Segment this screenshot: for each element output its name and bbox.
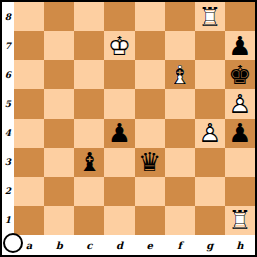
square-g2[interactable] bbox=[195, 177, 225, 206]
square-a6[interactable] bbox=[14, 60, 44, 89]
file-labels: abcdefgh bbox=[14, 235, 255, 255]
square-h5[interactable]: ♙ bbox=[225, 89, 255, 118]
square-a3[interactable] bbox=[14, 148, 44, 177]
square-e2[interactable] bbox=[135, 177, 165, 206]
black-pawn-h7[interactable]: ♟ bbox=[228, 33, 251, 59]
file-label-c: c bbox=[74, 235, 104, 255]
square-a2[interactable] bbox=[14, 177, 44, 206]
square-d1[interactable] bbox=[104, 206, 134, 235]
square-g5[interactable] bbox=[195, 89, 225, 118]
square-f3[interactable] bbox=[165, 148, 195, 177]
square-c3[interactable]: ♝ bbox=[74, 148, 104, 177]
square-e3[interactable]: ♛ bbox=[135, 148, 165, 177]
square-c6[interactable] bbox=[74, 60, 104, 89]
rank-label-7: 7 bbox=[2, 31, 14, 60]
square-c7[interactable] bbox=[74, 31, 104, 60]
black-pawn-d4[interactable]: ♟ bbox=[108, 120, 131, 146]
square-e1[interactable] bbox=[135, 206, 165, 235]
square-e7[interactable] bbox=[135, 31, 165, 60]
square-h7[interactable]: ♟ bbox=[225, 31, 255, 60]
square-b4[interactable] bbox=[44, 119, 74, 148]
rank-label-6: 6 bbox=[2, 60, 14, 89]
square-b1[interactable] bbox=[44, 206, 74, 235]
square-g3[interactable] bbox=[195, 148, 225, 177]
square-g8[interactable]: ♖ bbox=[195, 2, 225, 31]
square-c5[interactable] bbox=[74, 89, 104, 118]
square-h6[interactable]: ♚ bbox=[225, 60, 255, 89]
square-b3[interactable] bbox=[44, 148, 74, 177]
file-label-g: g bbox=[195, 235, 225, 255]
square-g7[interactable] bbox=[195, 31, 225, 60]
file-label-d: d bbox=[104, 235, 134, 255]
square-f7[interactable] bbox=[165, 31, 195, 60]
square-d2[interactable] bbox=[104, 177, 134, 206]
square-a4[interactable] bbox=[14, 119, 44, 148]
black-bishop-c3[interactable]: ♝ bbox=[78, 149, 101, 175]
side-to-move-indicator bbox=[3, 233, 23, 253]
square-d5[interactable] bbox=[104, 89, 134, 118]
square-f8[interactable] bbox=[165, 2, 195, 31]
square-d7[interactable]: ♔ bbox=[104, 31, 134, 60]
square-c2[interactable] bbox=[74, 177, 104, 206]
rank-labels: 87654321 bbox=[2, 2, 14, 235]
file-label-h: h bbox=[225, 235, 255, 255]
square-h8[interactable] bbox=[225, 2, 255, 31]
square-d3[interactable] bbox=[104, 148, 134, 177]
white-rook-h1[interactable]: ♖ bbox=[228, 207, 251, 233]
square-d4[interactable]: ♟ bbox=[104, 119, 134, 148]
black-king-h6[interactable]: ♚ bbox=[228, 62, 251, 88]
square-h3[interactable] bbox=[225, 148, 255, 177]
square-b5[interactable] bbox=[44, 89, 74, 118]
rank-label-2: 2 bbox=[2, 177, 14, 206]
rank-label-8: 8 bbox=[2, 2, 14, 31]
square-c4[interactable] bbox=[74, 119, 104, 148]
file-label-f: f bbox=[165, 235, 195, 255]
square-b6[interactable] bbox=[44, 60, 74, 89]
square-d6[interactable] bbox=[104, 60, 134, 89]
square-h1[interactable]: ♖ bbox=[225, 206, 255, 235]
square-b7[interactable] bbox=[44, 31, 74, 60]
square-f5[interactable] bbox=[165, 89, 195, 118]
square-h2[interactable] bbox=[225, 177, 255, 206]
white-king-d7[interactable]: ♔ bbox=[108, 33, 131, 59]
square-f2[interactable] bbox=[165, 177, 195, 206]
square-e8[interactable] bbox=[135, 2, 165, 31]
black-queen-e3[interactable]: ♛ bbox=[138, 149, 161, 175]
square-e6[interactable] bbox=[135, 60, 165, 89]
square-e5[interactable] bbox=[135, 89, 165, 118]
white-pawn-h5[interactable]: ♙ bbox=[228, 91, 251, 117]
white-rook-g8[interactable]: ♖ bbox=[198, 4, 221, 30]
square-b8[interactable] bbox=[44, 2, 74, 31]
square-f6[interactable]: ♗ bbox=[165, 60, 195, 89]
square-a7[interactable] bbox=[14, 31, 44, 60]
square-f1[interactable] bbox=[165, 206, 195, 235]
square-a8[interactable] bbox=[14, 2, 44, 31]
chess-board[interactable]: ♖♔♟♗♚♙♟♙♟♝♛♖ bbox=[14, 2, 255, 235]
square-f4[interactable] bbox=[165, 119, 195, 148]
square-g4[interactable]: ♙ bbox=[195, 119, 225, 148]
chess-diagram: 87654321 ♖♔♟♗♚♙♟♙♟♝♛♖ abcdefgh bbox=[0, 0, 257, 257]
rank-label-3: 3 bbox=[2, 148, 14, 177]
rank-label-5: 5 bbox=[2, 89, 14, 118]
file-label-e: e bbox=[135, 235, 165, 255]
square-c1[interactable] bbox=[74, 206, 104, 235]
white-pawn-g4[interactable]: ♙ bbox=[198, 120, 221, 146]
square-g6[interactable] bbox=[195, 60, 225, 89]
square-e4[interactable] bbox=[135, 119, 165, 148]
square-a5[interactable] bbox=[14, 89, 44, 118]
square-c8[interactable] bbox=[74, 2, 104, 31]
square-g1[interactable] bbox=[195, 206, 225, 235]
file-label-b: b bbox=[44, 235, 74, 255]
square-d8[interactable] bbox=[104, 2, 134, 31]
white-bishop-f6[interactable]: ♗ bbox=[168, 62, 191, 88]
square-h4[interactable]: ♟ bbox=[225, 119, 255, 148]
square-a1[interactable] bbox=[14, 206, 44, 235]
black-pawn-h4[interactable]: ♟ bbox=[228, 120, 251, 146]
square-b2[interactable] bbox=[44, 177, 74, 206]
rank-label-4: 4 bbox=[2, 119, 14, 148]
rank-label-1: 1 bbox=[2, 206, 14, 235]
